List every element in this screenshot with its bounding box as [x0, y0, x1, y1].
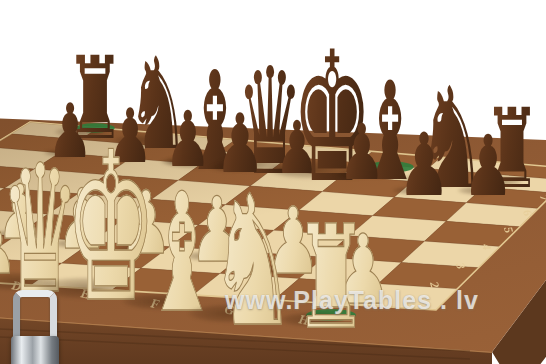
watermark-text: www.PlayTables . lv: [225, 286, 479, 315]
piece-black-pawn-g7: ♟: [397, 122, 450, 209]
piece-white-knight-g1: ♞: [209, 172, 298, 352]
piece-black-pawn-h7: ♟: [462, 124, 513, 208]
product-photo-chess-set: DEFGH1234567 ♜♞♝♛♚♝♞♜♟♟♟♟♟♟♟♟♛♚♝♞♜♟♟♟♟♟♟…: [0, 0, 546, 364]
latch-barrel: [11, 336, 59, 364]
piece-white-rook-h1: ♜: [294, 206, 368, 349]
piece-black-pawn-f7: ♟: [339, 114, 386, 191]
metal-latch: [5, 286, 69, 364]
